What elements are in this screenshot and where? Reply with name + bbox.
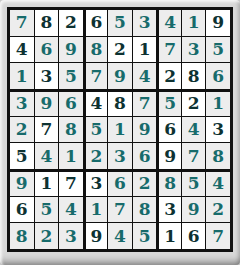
- cell-r8c4[interactable]: 1: [84, 197, 108, 223]
- cell-r5c6[interactable]: 9: [133, 117, 157, 143]
- cell-r3c2[interactable]: 3: [35, 63, 59, 89]
- cell-r1c7[interactable]: 4: [157, 10, 181, 36]
- cell-r8c7[interactable]: 3: [157, 197, 181, 223]
- cell-r9c5[interactable]: 4: [108, 223, 132, 249]
- cell-r4c4[interactable]: 4: [84, 90, 108, 116]
- cell-r3c9[interactable]: 6: [206, 63, 230, 89]
- cell-r4c3[interactable]: 6: [59, 90, 83, 116]
- cell-r2c4[interactable]: 8: [84, 37, 108, 63]
- cell-r2c6[interactable]: 1: [133, 37, 157, 63]
- cell-r6c3[interactable]: 1: [59, 143, 83, 169]
- cell-r8c8[interactable]: 9: [182, 197, 206, 223]
- cell-r1c6[interactable]: 3: [133, 10, 157, 36]
- cell-r1c5[interactable]: 5: [108, 10, 132, 36]
- cell-r6c4[interactable]: 2: [84, 143, 108, 169]
- cell-r4c2[interactable]: 9: [35, 90, 59, 116]
- cell-r7c5[interactable]: 6: [108, 170, 132, 196]
- cell-r1c1[interactable]: 7: [10, 10, 34, 36]
- cell-r4c5[interactable]: 8: [108, 90, 132, 116]
- cell-r8c9[interactable]: 2: [206, 197, 230, 223]
- cell-r5c9[interactable]: 3: [206, 117, 230, 143]
- cell-r6c5[interactable]: 3: [108, 143, 132, 169]
- cell-r8c3[interactable]: 4: [59, 197, 83, 223]
- cell-r5c5[interactable]: 1: [108, 117, 132, 143]
- cell-r1c8[interactable]: 1: [182, 10, 206, 36]
- cell-r2c3[interactable]: 9: [59, 37, 83, 63]
- cell-r7c2[interactable]: 1: [35, 170, 59, 196]
- cell-r2c8[interactable]: 3: [182, 37, 206, 63]
- cell-r3c4[interactable]: 7: [84, 63, 108, 89]
- cell-r9c2[interactable]: 2: [35, 223, 59, 249]
- cell-r4c1[interactable]: 3: [10, 90, 34, 116]
- cell-r3c1[interactable]: 1: [10, 63, 34, 89]
- cell-r7c8[interactable]: 5: [182, 170, 206, 196]
- cell-r5c2[interactable]: 7: [35, 117, 59, 143]
- cell-r1c3[interactable]: 2: [59, 10, 83, 36]
- cell-r9c8[interactable]: 6: [182, 223, 206, 249]
- cell-r9c7[interactable]: 1: [157, 223, 181, 249]
- cell-r9c6[interactable]: 5: [133, 223, 157, 249]
- cell-r3c7[interactable]: 2: [157, 63, 181, 89]
- cell-r8c2[interactable]: 5: [35, 197, 59, 223]
- cell-r8c5[interactable]: 7: [108, 197, 132, 223]
- cell-r5c1[interactable]: 2: [10, 117, 34, 143]
- cell-r7c4[interactable]: 3: [84, 170, 108, 196]
- cell-r7c6[interactable]: 2: [133, 170, 157, 196]
- sudoku-board: 7826534194698217351357942863964875212785…: [7, 7, 233, 252]
- cell-r5c8[interactable]: 4: [182, 117, 206, 143]
- cell-r6c7[interactable]: 9: [157, 143, 181, 169]
- cell-r8c6[interactable]: 8: [133, 197, 157, 223]
- cell-r7c1[interactable]: 9: [10, 170, 34, 196]
- cell-r2c5[interactable]: 2: [108, 37, 132, 63]
- sudoku-app-frame: 7826534194698217351357942863964875212785…: [0, 0, 240, 265]
- cell-r4c8[interactable]: 2: [182, 90, 206, 116]
- cell-r5c7[interactable]: 6: [157, 117, 181, 143]
- cell-r1c9[interactable]: 9: [206, 10, 230, 36]
- cell-r9c3[interactable]: 3: [59, 223, 83, 249]
- cell-r6c8[interactable]: 7: [182, 143, 206, 169]
- cell-r4c7[interactable]: 5: [157, 90, 181, 116]
- cell-r2c7[interactable]: 7: [157, 37, 181, 63]
- cell-r2c2[interactable]: 6: [35, 37, 59, 63]
- cell-r7c3[interactable]: 7: [59, 170, 83, 196]
- cell-r3c3[interactable]: 5: [59, 63, 83, 89]
- cell-r6c9[interactable]: 8: [206, 143, 230, 169]
- cell-r5c3[interactable]: 8: [59, 117, 83, 143]
- cell-r7c9[interactable]: 4: [206, 170, 230, 196]
- cell-r3c5[interactable]: 9: [108, 63, 132, 89]
- cell-r4c9[interactable]: 1: [206, 90, 230, 116]
- cell-r9c1[interactable]: 8: [10, 223, 34, 249]
- cell-r9c4[interactable]: 9: [84, 223, 108, 249]
- cell-r6c6[interactable]: 6: [133, 143, 157, 169]
- cell-r6c2[interactable]: 4: [35, 143, 59, 169]
- cell-r6c1[interactable]: 5: [10, 143, 34, 169]
- cell-r4c6[interactable]: 7: [133, 90, 157, 116]
- cell-r7c7[interactable]: 8: [157, 170, 181, 196]
- cell-r1c2[interactable]: 8: [35, 10, 59, 36]
- cell-r1c4[interactable]: 6: [84, 10, 108, 36]
- cell-r3c8[interactable]: 8: [182, 63, 206, 89]
- cell-r8c1[interactable]: 6: [10, 197, 34, 223]
- cell-r5c4[interactable]: 5: [84, 117, 108, 143]
- cell-r2c1[interactable]: 4: [10, 37, 34, 63]
- cell-r2c9[interactable]: 5: [206, 37, 230, 63]
- cell-r9c9[interactable]: 7: [206, 223, 230, 249]
- cell-r3c6[interactable]: 4: [133, 63, 157, 89]
